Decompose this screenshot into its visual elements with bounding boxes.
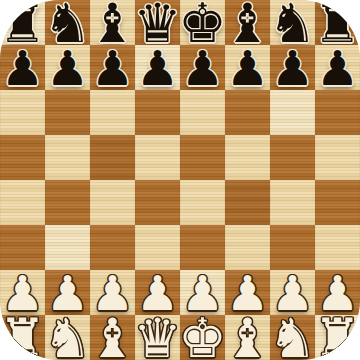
square-b7[interactable]: ♟ (45, 45, 90, 90)
piece-black-pawn[interactable]: ♟ (271, 46, 314, 91)
square-h1[interactable]: ♜ (315, 315, 360, 360)
piece-white-pawn[interactable]: ♟ (1, 271, 44, 316)
piece-black-pawn[interactable]: ♟ (226, 46, 269, 91)
square-b6[interactable] (45, 90, 90, 135)
piece-white-knight[interactable]: ♞ (43, 316, 91, 360)
piece-black-pawn[interactable]: ♟ (181, 46, 224, 91)
square-a3[interactable] (0, 225, 45, 270)
piece-black-bishop[interactable]: ♝ (223, 1, 271, 46)
square-f6[interactable] (225, 90, 270, 135)
square-d1[interactable]: ♛ (135, 315, 180, 360)
piece-white-queen[interactable]: ♛ (133, 316, 181, 360)
piece-black-knight[interactable]: ♞ (43, 1, 91, 46)
square-a4[interactable] (0, 180, 45, 225)
piece-white-knight[interactable]: ♞ (268, 316, 316, 360)
square-f7[interactable]: ♟ (225, 45, 270, 90)
chess-board: ♜♞♝♛♚♝♞♜♟♟♟♟♟♟♟♟♟♟♟♟♟♟♟♟♜♞♝♛♚♝♞♜ (0, 0, 360, 360)
piece-black-queen[interactable]: ♛ (133, 1, 181, 46)
square-b5[interactable] (45, 135, 90, 180)
square-e2[interactable]: ♟ (180, 270, 225, 315)
square-g1[interactable]: ♞ (270, 315, 315, 360)
piece-black-pawn[interactable]: ♟ (91, 46, 134, 91)
piece-black-pawn[interactable]: ♟ (46, 46, 89, 91)
square-c8[interactable]: ♝ (90, 0, 135, 45)
square-f5[interactable] (225, 135, 270, 180)
piece-white-pawn[interactable]: ♟ (316, 271, 359, 316)
piece-white-pawn[interactable]: ♟ (91, 271, 134, 316)
piece-black-pawn[interactable]: ♟ (316, 46, 359, 91)
square-g2[interactable]: ♟ (270, 270, 315, 315)
square-g4[interactable] (270, 180, 315, 225)
square-h6[interactable] (315, 90, 360, 135)
square-a5[interactable] (0, 135, 45, 180)
square-e3[interactable] (180, 225, 225, 270)
square-f4[interactable] (225, 180, 270, 225)
square-c5[interactable] (90, 135, 135, 180)
square-d7[interactable]: ♟ (135, 45, 180, 90)
square-b1[interactable]: ♞ (45, 315, 90, 360)
square-c2[interactable]: ♟ (90, 270, 135, 315)
square-b4[interactable] (45, 180, 90, 225)
square-e8[interactable]: ♚ (180, 0, 225, 45)
piece-white-rook[interactable]: ♜ (0, 316, 47, 360)
square-c7[interactable]: ♟ (90, 45, 135, 90)
square-b3[interactable] (45, 225, 90, 270)
square-a7[interactable]: ♟ (0, 45, 45, 90)
square-c3[interactable] (90, 225, 135, 270)
piece-white-bishop[interactable]: ♝ (223, 316, 271, 360)
square-g5[interactable] (270, 135, 315, 180)
square-e6[interactable] (180, 90, 225, 135)
piece-white-king[interactable]: ♚ (178, 316, 226, 360)
piece-black-rook[interactable]: ♜ (0, 1, 47, 46)
square-e1[interactable]: ♚ (180, 315, 225, 360)
piece-white-rook[interactable]: ♜ (313, 316, 360, 360)
square-e5[interactable] (180, 135, 225, 180)
piece-white-pawn[interactable]: ♟ (181, 271, 224, 316)
square-h2[interactable]: ♟ (315, 270, 360, 315)
square-e7[interactable]: ♟ (180, 45, 225, 90)
square-b8[interactable]: ♞ (45, 0, 90, 45)
square-c6[interactable] (90, 90, 135, 135)
piece-white-pawn[interactable]: ♟ (271, 271, 314, 316)
square-d2[interactable]: ♟ (135, 270, 180, 315)
piece-black-bishop[interactable]: ♝ (88, 1, 136, 46)
piece-white-pawn[interactable]: ♟ (226, 271, 269, 316)
square-d4[interactable] (135, 180, 180, 225)
piece-white-bishop[interactable]: ♝ (88, 316, 136, 360)
square-h3[interactable] (315, 225, 360, 270)
piece-black-pawn[interactable]: ♟ (1, 46, 44, 91)
square-d6[interactable] (135, 90, 180, 135)
square-f2[interactable]: ♟ (225, 270, 270, 315)
square-a8[interactable]: ♜ (0, 0, 45, 45)
square-h5[interactable] (315, 135, 360, 180)
square-g3[interactable] (270, 225, 315, 270)
square-h7[interactable]: ♟ (315, 45, 360, 90)
piece-white-pawn[interactable]: ♟ (136, 271, 179, 316)
square-d3[interactable] (135, 225, 180, 270)
square-a2[interactable]: ♟ (0, 270, 45, 315)
square-b2[interactable]: ♟ (45, 270, 90, 315)
piece-black-king[interactable]: ♚ (178, 1, 226, 46)
piece-white-pawn[interactable]: ♟ (46, 271, 89, 316)
piece-black-knight[interactable]: ♞ (268, 1, 316, 46)
piece-black-rook[interactable]: ♜ (313, 1, 360, 46)
square-c1[interactable]: ♝ (90, 315, 135, 360)
square-g8[interactable]: ♞ (270, 0, 315, 45)
square-c4[interactable] (90, 180, 135, 225)
square-f1[interactable]: ♝ (225, 315, 270, 360)
square-a1[interactable]: ♜ (0, 315, 45, 360)
square-a6[interactable] (0, 90, 45, 135)
square-g7[interactable]: ♟ (270, 45, 315, 90)
square-f8[interactable]: ♝ (225, 0, 270, 45)
chess-app-icon: ♜♞♝♛♚♝♞♜♟♟♟♟♟♟♟♟♟♟♟♟♟♟♟♟♜♞♝♛♚♝♞♜ (0, 0, 360, 360)
piece-black-pawn[interactable]: ♟ (136, 46, 179, 91)
square-d8[interactable]: ♛ (135, 0, 180, 45)
square-g6[interactable] (270, 90, 315, 135)
square-f3[interactable] (225, 225, 270, 270)
square-h4[interactable] (315, 180, 360, 225)
square-h8[interactable]: ♜ (315, 0, 360, 45)
square-e4[interactable] (180, 180, 225, 225)
square-d5[interactable] (135, 135, 180, 180)
